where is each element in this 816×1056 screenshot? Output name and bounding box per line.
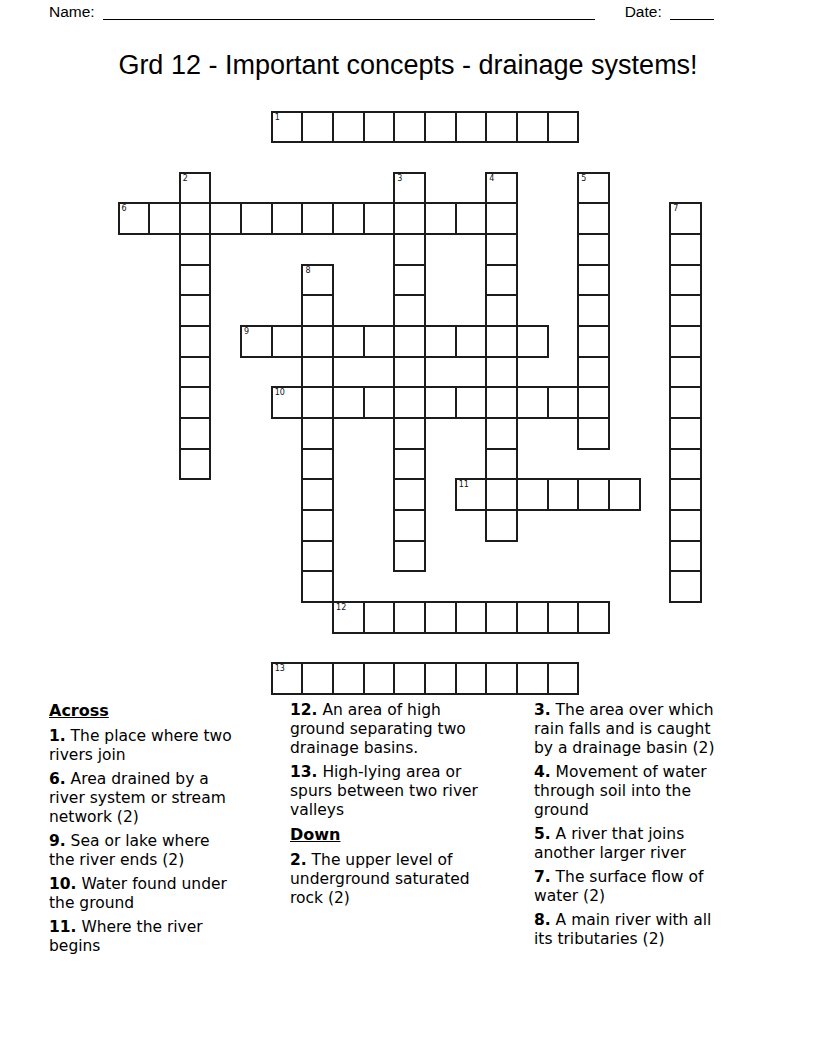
down-clue-2: 2. The upper level of underground satura… [290, 851, 490, 908]
grid-cell-r16c7[interactable]: 12 [332, 601, 365, 634]
grid-cell-r7c2[interactable] [179, 325, 212, 358]
clue-number-label: 10. [49, 875, 76, 893]
grid-cell-r18c13[interactable] [516, 662, 549, 695]
grid-cell-r14c6[interactable] [301, 540, 334, 573]
grid-cell-r10c2[interactable] [179, 417, 212, 450]
clue-column-2: 12. An area of high ground separating tw… [290, 701, 490, 913]
grid-cell-r9c2[interactable] [179, 386, 212, 419]
grid-cell-r2c12[interactable]: 4 [485, 172, 518, 205]
grid-cell-r18c9[interactable] [393, 662, 426, 695]
name-label: Name: [49, 3, 95, 20]
grid-cell-r12c13[interactable] [516, 478, 549, 511]
clue-number-5: 5 [581, 174, 586, 184]
grid-cell-r4c12[interactable] [485, 233, 518, 266]
clue-column-1: Across1. The place where two rivers join… [49, 701, 233, 961]
grid-cell-r3c2[interactable] [179, 202, 212, 235]
across-clue-12: 12. An area of high ground separating tw… [290, 701, 490, 758]
grid-cell-r18c6[interactable] [301, 662, 334, 695]
grid-cell-r0c13[interactable] [516, 111, 549, 144]
grid-cell-r9c5[interactable]: 10 [271, 386, 304, 419]
across-clue-11: 11. Where the river begins [49, 918, 233, 956]
clue-number-label: 4. [534, 763, 551, 781]
grid-cell-r2c9[interactable]: 3 [393, 172, 426, 205]
clue-number-label: 11. [49, 918, 76, 936]
grid-cell-r3c10[interactable] [424, 202, 457, 235]
grid-cell-r18c10[interactable] [424, 662, 457, 695]
grid-cell-r10c6[interactable] [301, 417, 334, 450]
grid-cell-r16c12[interactable] [485, 601, 518, 634]
clue-number-label: 3. [534, 701, 551, 719]
grid-cell-r15c6[interactable] [301, 570, 334, 603]
grid-cell-r9c15[interactable] [577, 386, 610, 419]
down-heading: Down [290, 825, 490, 844]
grid-cell-r5c12[interactable] [485, 264, 518, 297]
grid-cell-r6c6[interactable] [301, 294, 334, 327]
grid-cell-r16c13[interactable] [516, 601, 549, 634]
grid-cell-r11c2[interactable] [179, 448, 212, 481]
grid-cell-r7c6[interactable] [301, 325, 334, 358]
clue-number-7: 7 [673, 204, 678, 214]
grid-cell-r3c0[interactable]: 6 [118, 202, 151, 235]
down-clue-8: 8. A main river with all its tributaries… [534, 911, 732, 949]
clue-number-3: 3 [397, 174, 402, 184]
grid-cell-r7c9[interactable] [393, 325, 426, 358]
clue-column-3: 3. The area over which rain falls and is… [534, 701, 732, 954]
grid-cell-r12c18[interactable] [669, 478, 702, 511]
grid-cell-r8c18[interactable] [669, 356, 702, 389]
grid-cell-r16c8[interactable] [363, 601, 396, 634]
grid-cell-r3c7[interactable] [332, 202, 365, 235]
down-clue-5: 5. A river that joins another larger riv… [534, 825, 732, 863]
grid-cell-r14c9[interactable] [393, 540, 426, 573]
grid-cell-r2c2[interactable]: 2 [179, 172, 212, 205]
grid-cell-r6c2[interactable] [179, 294, 212, 327]
grid-cell-r7c10[interactable] [424, 325, 457, 358]
clue-number-12: 12 [336, 603, 346, 613]
grid-cell-r12c11[interactable]: 11 [455, 478, 488, 511]
grid-cell-r11c12[interactable] [485, 448, 518, 481]
grid-cell-r16c10[interactable] [424, 601, 457, 634]
clue-number-label: 2. [290, 851, 307, 869]
grid-cell-r4c9[interactable] [393, 233, 426, 266]
grid-cell-r10c15[interactable] [577, 417, 610, 450]
grid-cell-r8c15[interactable] [577, 356, 610, 389]
grid-cell-r0c8[interactable] [363, 111, 396, 144]
grid-cell-r12c9[interactable] [393, 478, 426, 511]
grid-cell-r12c15[interactable] [577, 478, 610, 511]
clue-number-4: 4 [489, 174, 494, 184]
grid-cell-r12c16[interactable] [608, 478, 641, 511]
grid-cell-r7c12[interactable] [485, 325, 518, 358]
grid-cell-r18c5[interactable]: 13 [271, 662, 304, 695]
grid-cell-r8c12[interactable] [485, 356, 518, 389]
grid-cell-r0c14[interactable] [547, 111, 580, 144]
grid-cell-r5c18[interactable] [669, 264, 702, 297]
grid-cell-r3c11[interactable] [455, 202, 488, 235]
name-blank-line [103, 4, 595, 20]
grid-cell-r12c14[interactable] [547, 478, 580, 511]
grid-cell-r7c18[interactable] [669, 325, 702, 358]
grid-cell-r12c6[interactable] [301, 478, 334, 511]
grid-cell-r0c11[interactable] [455, 111, 488, 144]
grid-cell-r0c12[interactable] [485, 111, 518, 144]
grid-cell-r9c14[interactable] [547, 386, 580, 419]
grid-cell-r3c12[interactable] [485, 202, 518, 235]
grid-cell-r11c9[interactable] [393, 448, 426, 481]
grid-cell-r5c2[interactable] [179, 264, 212, 297]
grid-cell-r3c8[interactable] [363, 202, 396, 235]
grid-cell-r5c15[interactable] [577, 264, 610, 297]
clue-number-8: 8 [305, 266, 310, 276]
across-clue-9: 9. Sea or lake where the river ends (2) [49, 832, 233, 870]
grid-cell-r14c18[interactable] [669, 540, 702, 573]
grid-cell-r2c15[interactable]: 5 [577, 172, 610, 205]
clue-number-1: 1 [275, 113, 280, 123]
grid-cell-r0c9[interactable] [393, 111, 426, 144]
grid-cell-r9c12[interactable] [485, 386, 518, 419]
down-clue-4: 4. Movement of water through soil into t… [534, 763, 732, 820]
grid-cell-r3c1[interactable] [148, 202, 181, 235]
grid-cell-r9c13[interactable] [516, 386, 549, 419]
down-clue-3: 3. The area over which rain falls and is… [534, 701, 732, 758]
grid-cell-r8c6[interactable] [301, 356, 334, 389]
grid-cell-r3c4[interactable] [240, 202, 273, 235]
grid-cell-r18c8[interactable] [363, 662, 396, 695]
date-label: Date: [625, 3, 662, 20]
grid-cell-r3c15[interactable] [577, 202, 610, 235]
grid-cell-r10c9[interactable] [393, 417, 426, 450]
clue-number-label: 6. [49, 770, 66, 788]
grid-cell-r4c15[interactable] [577, 233, 610, 266]
clue-number-label: 9. [49, 832, 66, 850]
grid-cell-r16c9[interactable] [393, 601, 426, 634]
clue-number-label: 8. [534, 911, 551, 929]
clue-number-label: 5. [534, 825, 551, 843]
across-clue-6: 6. Area drained by a river system or str… [49, 770, 233, 827]
grid-cell-r0c5[interactable]: 1 [271, 111, 304, 144]
clue-number-2: 2 [183, 174, 188, 184]
grid-cell-r7c13[interactable] [516, 325, 549, 358]
grid-cell-r18c11[interactable] [455, 662, 488, 695]
across-heading: Across [49, 701, 233, 720]
grid-cell-r7c11[interactable] [455, 325, 488, 358]
across-clue-13: 13. High-lying area or spurs between two… [290, 763, 490, 820]
grid-cell-r6c12[interactable] [485, 294, 518, 327]
grid-cell-r18c14[interactable] [547, 662, 580, 695]
grid-cell-r12c12[interactable] [485, 478, 518, 511]
clue-number-6: 6 [122, 204, 127, 214]
grid-cell-r6c18[interactable] [669, 294, 702, 327]
grid-cell-r4c2[interactable] [179, 233, 212, 266]
grid-cell-r7c4[interactable]: 9 [240, 325, 273, 358]
grid-cell-r9c10[interactable] [424, 386, 457, 419]
grid-cell-r5c9[interactable] [393, 264, 426, 297]
clue-number-label: 13. [290, 763, 317, 781]
grid-cell-r13c6[interactable] [301, 509, 334, 542]
clue-number-10: 10 [275, 388, 285, 398]
grid-cell-r9c6[interactable] [301, 386, 334, 419]
grid-cell-r16c11[interactable] [455, 601, 488, 634]
grid-cell-r9c11[interactable] [455, 386, 488, 419]
grid-cell-r13c18[interactable] [669, 509, 702, 542]
grid-cell-r10c18[interactable] [669, 417, 702, 450]
grid-cell-r7c5[interactable] [271, 325, 304, 358]
grid-cell-r7c15[interactable] [577, 325, 610, 358]
grid-cell-r0c7[interactable] [332, 111, 365, 144]
grid-cell-r9c8[interactable] [363, 386, 396, 419]
grid-cell-r0c10[interactable] [424, 111, 457, 144]
clue-number-label: 12. [290, 701, 317, 719]
grid-cell-r3c3[interactable] [209, 202, 242, 235]
clue-number-9: 9 [244, 327, 249, 337]
grid-cell-r3c9[interactable] [393, 202, 426, 235]
clue-number-11: 11 [459, 480, 469, 490]
grid-cell-r4c18[interactable] [669, 233, 702, 266]
across-clue-10: 10. Water found under the ground [49, 875, 233, 913]
grid-cell-r8c9[interactable] [393, 356, 426, 389]
clue-number-label: 1. [49, 727, 66, 745]
grid-cell-r0c6[interactable] [301, 111, 334, 144]
crossword-grid: 12345678910111213 [118, 111, 701, 694]
grid-cell-r9c7[interactable] [332, 386, 365, 419]
puzzle-title: Grd 12 - Important concepts - drainage s… [0, 50, 816, 81]
grid-cell-r3c5[interactable] [271, 202, 304, 235]
date-blank-line [670, 4, 714, 20]
grid-cell-r16c14[interactable] [547, 601, 580, 634]
grid-cell-r15c18[interactable] [669, 570, 702, 603]
grid-cell-r6c9[interactable] [393, 294, 426, 327]
grid-cell-r6c15[interactable] [577, 294, 610, 327]
clue-number-label: 7. [534, 868, 551, 886]
grid-cell-r9c9[interactable] [393, 386, 426, 419]
grid-cell-r7c7[interactable] [332, 325, 365, 358]
across-clue-1: 1. The place where two rivers join [49, 727, 233, 765]
grid-cell-r3c18[interactable]: 7 [669, 202, 702, 235]
grid-cell-r16c15[interactable] [577, 601, 610, 634]
grid-cell-r5c6[interactable]: 8 [301, 264, 334, 297]
worksheet-header: Name: Date: [49, 3, 714, 20]
grid-cell-r8c2[interactable] [179, 356, 212, 389]
grid-cell-r10c12[interactable] [485, 417, 518, 450]
grid-cell-r13c9[interactable] [393, 509, 426, 542]
grid-cell-r7c8[interactable] [363, 325, 396, 358]
down-clue-7: 7. The surface flow of water (2) [534, 868, 732, 906]
grid-cell-r11c6[interactable] [301, 448, 334, 481]
grid-cell-r11c18[interactable] [669, 448, 702, 481]
grid-cell-r9c18[interactable] [669, 386, 702, 419]
grid-cell-r18c12[interactable] [485, 662, 518, 695]
clue-number-13: 13 [275, 664, 285, 674]
grid-cell-r18c7[interactable] [332, 662, 365, 695]
grid-cell-r3c6[interactable] [301, 202, 334, 235]
grid-cell-r13c12[interactable] [485, 509, 518, 542]
